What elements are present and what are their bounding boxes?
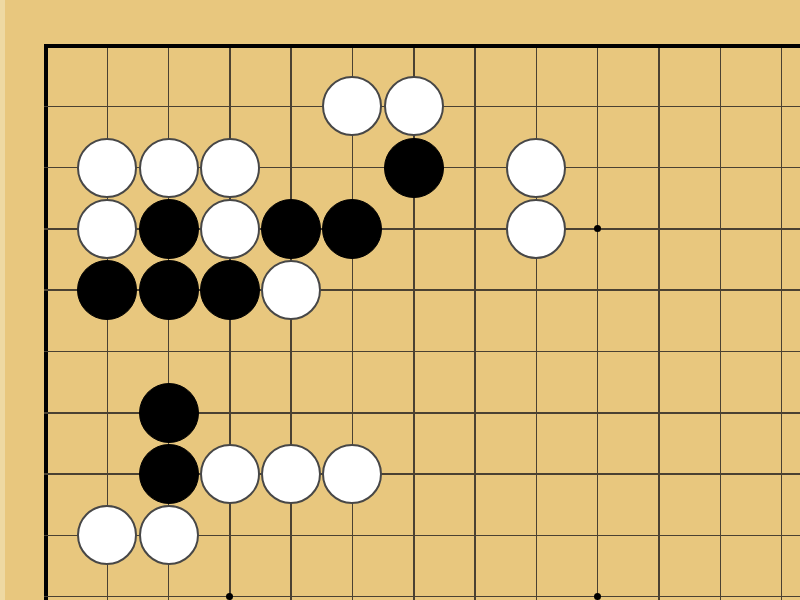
intersection[interactable] [322, 137, 383, 198]
intersection[interactable] [15, 76, 76, 137]
intersection[interactable] [383, 505, 444, 566]
intersection[interactable] [690, 321, 751, 382]
white-stone[interactable] [506, 138, 566, 198]
intersection[interactable] [506, 382, 567, 443]
intersection[interactable] [138, 566, 199, 600]
intersection[interactable] [690, 566, 751, 600]
intersection[interactable] [628, 443, 689, 504]
intersection[interactable] [261, 260, 322, 321]
intersection[interactable] [322, 566, 383, 600]
screenshot-root [0, 0, 800, 600]
intersection[interactable] [261, 321, 322, 382]
intersection[interactable] [506, 76, 567, 137]
intersection[interactable] [751, 260, 800, 321]
intersection[interactable] [138, 14, 199, 75]
intersection[interactable] [15, 505, 76, 566]
intersection[interactable] [199, 260, 260, 321]
intersection[interactable] [628, 76, 689, 137]
intersection[interactable] [15, 14, 76, 75]
intersection[interactable] [199, 505, 260, 566]
intersection[interactable] [751, 443, 800, 504]
intersection[interactable] [751, 505, 800, 566]
intersection[interactable] [567, 566, 628, 600]
intersection[interactable] [322, 14, 383, 75]
intersection[interactable] [199, 382, 260, 443]
black-stone[interactable] [384, 138, 444, 198]
intersection[interactable] [567, 321, 628, 382]
intersection[interactable] [199, 321, 260, 382]
intersection[interactable] [751, 321, 800, 382]
stones-grid [15, 14, 800, 600]
intersection[interactable] [506, 505, 567, 566]
intersection[interactable] [77, 382, 138, 443]
white-stone[interactable] [77, 505, 137, 565]
intersection[interactable] [444, 443, 505, 504]
black-stone[interactable] [139, 444, 199, 504]
intersection[interactable] [77, 505, 138, 566]
intersection[interactable] [444, 260, 505, 321]
intersection[interactable] [628, 505, 689, 566]
black-stone[interactable] [261, 199, 321, 259]
white-stone[interactable] [200, 199, 260, 259]
intersection[interactable] [261, 443, 322, 504]
intersection[interactable] [199, 14, 260, 75]
intersection[interactable] [506, 137, 567, 198]
black-stone[interactable] [139, 199, 199, 259]
intersection[interactable] [444, 321, 505, 382]
intersection[interactable] [690, 505, 751, 566]
white-stone[interactable] [139, 505, 199, 565]
intersection[interactable] [444, 382, 505, 443]
intersection[interactable] [138, 382, 199, 443]
intersection[interactable] [690, 14, 751, 75]
intersection[interactable] [199, 198, 260, 259]
intersection[interactable] [628, 321, 689, 382]
white-stone[interactable] [506, 199, 566, 259]
intersection[interactable] [322, 198, 383, 259]
intersection[interactable] [444, 566, 505, 600]
intersection[interactable] [751, 198, 800, 259]
intersection[interactable] [322, 260, 383, 321]
intersection[interactable] [261, 14, 322, 75]
intersection[interactable] [199, 443, 260, 504]
black-stone[interactable] [322, 199, 382, 259]
intersection[interactable] [567, 260, 628, 321]
intersection[interactable] [322, 382, 383, 443]
intersection[interactable] [77, 260, 138, 321]
intersection[interactable] [138, 443, 199, 504]
intersection[interactable] [506, 260, 567, 321]
intersection[interactable] [383, 260, 444, 321]
intersection[interactable] [690, 443, 751, 504]
intersection[interactable] [138, 321, 199, 382]
intersection[interactable] [15, 198, 76, 259]
intersection[interactable] [506, 566, 567, 600]
intersection[interactable] [261, 566, 322, 600]
intersection[interactable] [506, 14, 567, 75]
white-stone[interactable] [77, 138, 137, 198]
intersection[interactable] [751, 566, 800, 600]
intersection[interactable] [77, 321, 138, 382]
black-stone[interactable] [77, 260, 137, 320]
intersection[interactable] [751, 382, 800, 443]
intersection[interactable] [383, 443, 444, 504]
intersection[interactable] [199, 566, 260, 600]
intersection[interactable] [567, 505, 628, 566]
intersection[interactable] [261, 505, 322, 566]
intersection[interactable] [567, 137, 628, 198]
intersection[interactable] [322, 76, 383, 137]
white-stone[interactable] [384, 76, 444, 136]
intersection[interactable] [567, 14, 628, 75]
intersection[interactable] [77, 76, 138, 137]
intersection[interactable] [322, 321, 383, 382]
intersection[interactable] [444, 198, 505, 259]
black-stone[interactable] [200, 260, 260, 320]
intersection[interactable] [77, 443, 138, 504]
intersection[interactable] [138, 260, 199, 321]
intersection[interactable] [383, 76, 444, 137]
intersection[interactable] [77, 566, 138, 600]
intersection[interactable] [567, 443, 628, 504]
white-stone[interactable] [77, 199, 137, 259]
intersection[interactable] [15, 443, 76, 504]
intersection[interactable] [261, 198, 322, 259]
intersection[interactable] [15, 137, 76, 198]
black-stone[interactable] [139, 383, 199, 443]
intersection[interactable] [444, 137, 505, 198]
intersection[interactable] [383, 566, 444, 600]
intersection[interactable] [322, 443, 383, 504]
white-stone[interactable] [261, 444, 321, 504]
intersection[interactable] [567, 198, 628, 259]
intersection[interactable] [261, 76, 322, 137]
intersection[interactable] [261, 137, 322, 198]
intersection[interactable] [751, 76, 800, 137]
intersection[interactable] [690, 137, 751, 198]
intersection[interactable] [567, 76, 628, 137]
intersection[interactable] [506, 321, 567, 382]
intersection[interactable] [15, 382, 76, 443]
intersection[interactable] [383, 14, 444, 75]
intersection[interactable] [138, 137, 199, 198]
intersection[interactable] [444, 76, 505, 137]
intersection[interactable] [383, 382, 444, 443]
intersection[interactable] [77, 14, 138, 75]
intersection[interactable] [628, 137, 689, 198]
intersection[interactable] [506, 443, 567, 504]
intersection[interactable] [628, 14, 689, 75]
intersection[interactable] [690, 198, 751, 259]
intersection[interactable] [383, 198, 444, 259]
intersection[interactable] [383, 137, 444, 198]
white-stone[interactable] [261, 260, 321, 320]
white-stone[interactable] [200, 444, 260, 504]
intersection[interactable] [383, 321, 444, 382]
intersection[interactable] [628, 198, 689, 259]
intersection[interactable] [138, 505, 199, 566]
intersection[interactable] [444, 14, 505, 75]
intersection[interactable] [567, 382, 628, 443]
intersection[interactable] [690, 260, 751, 321]
white-stone[interactable] [200, 138, 260, 198]
black-stone[interactable] [139, 260, 199, 320]
intersection[interactable] [690, 76, 751, 137]
intersection[interactable] [77, 137, 138, 198]
white-stone[interactable] [139, 138, 199, 198]
white-stone[interactable] [322, 76, 382, 136]
intersection[interactable] [322, 505, 383, 566]
intersection[interactable] [15, 260, 76, 321]
intersection[interactable] [261, 382, 322, 443]
intersection[interactable] [628, 260, 689, 321]
intersection[interactable] [138, 76, 199, 137]
go-board [0, 0, 800, 600]
intersection[interactable] [628, 566, 689, 600]
intersection[interactable] [77, 198, 138, 259]
intersection[interactable] [444, 505, 505, 566]
intersection[interactable] [15, 321, 76, 382]
intersection[interactable] [199, 76, 260, 137]
intersection[interactable] [506, 198, 567, 259]
intersection[interactable] [199, 137, 260, 198]
white-stone[interactable] [322, 444, 382, 504]
intersection[interactable] [690, 382, 751, 443]
intersection[interactable] [751, 14, 800, 75]
intersection[interactable] [751, 137, 800, 198]
intersection[interactable] [138, 198, 199, 259]
intersection[interactable] [15, 566, 76, 600]
intersection[interactable] [628, 382, 689, 443]
